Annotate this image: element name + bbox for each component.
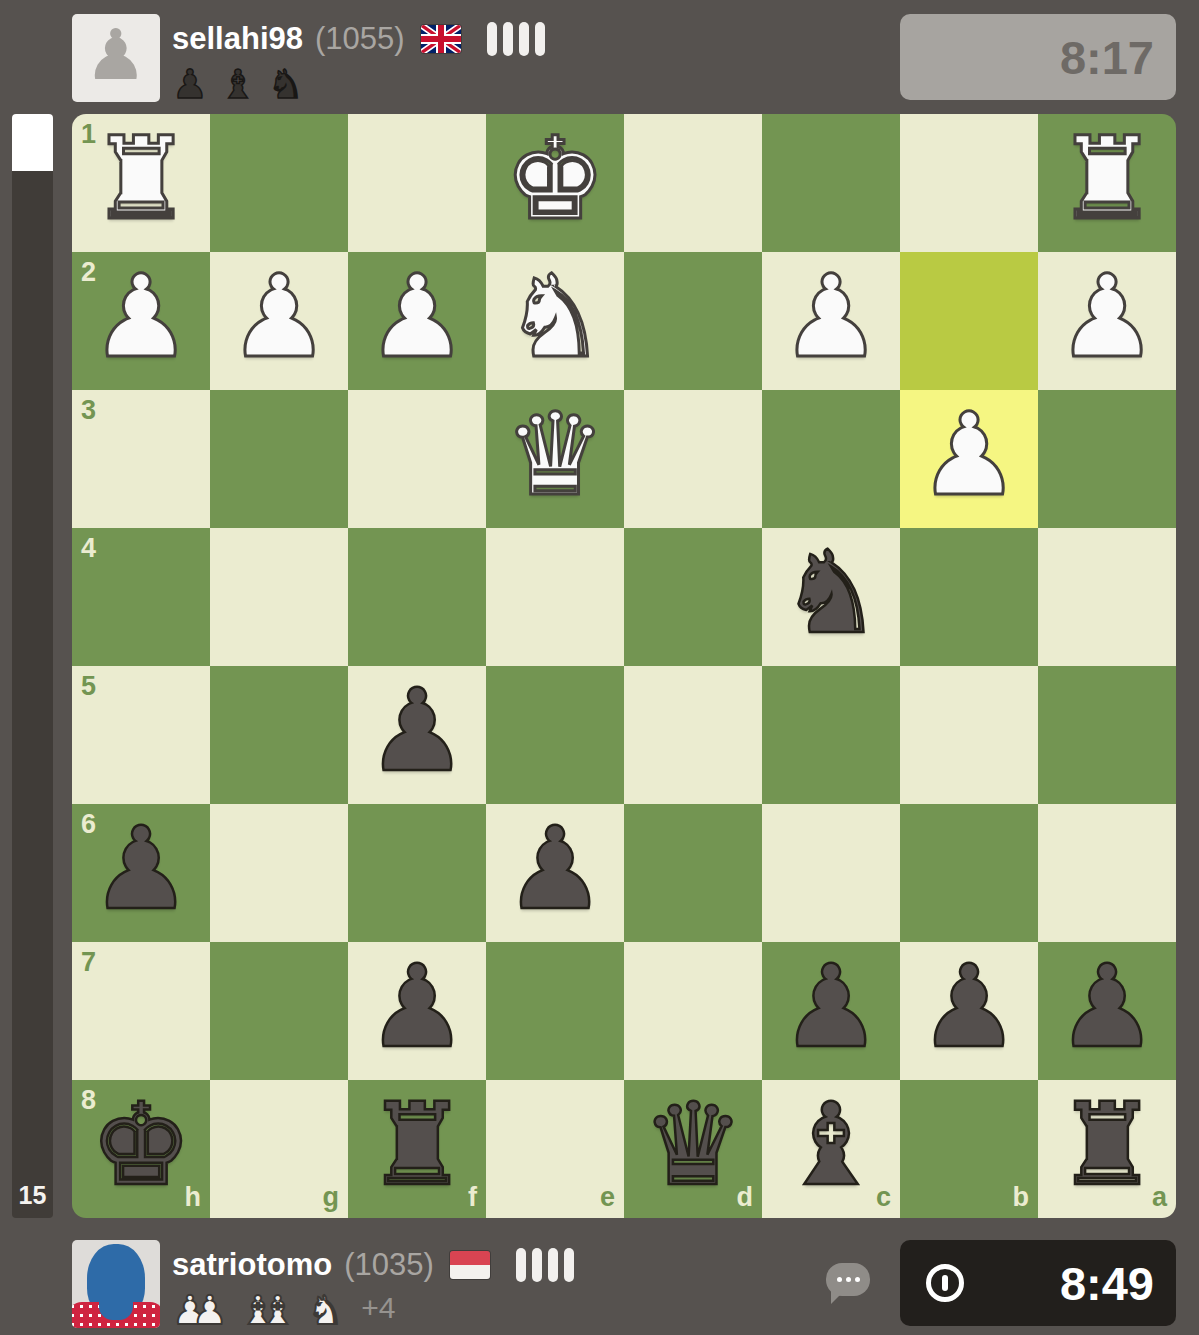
file-label-c: c [876,1184,891,1211]
captured-group: ♝ [220,64,256,104]
square-a1[interactable]: ♜ [1038,114,1176,252]
rank-label-6: 6 [81,811,96,838]
captured-black-bishop-icon: ♝ [220,64,256,104]
black-rook-f8[interactable]: ♜ [366,1088,468,1202]
connection-bars-icon [487,22,545,56]
square-d1[interactable] [624,114,762,252]
square-c7[interactable]: ♟ [762,942,900,1080]
black-pawn-a7[interactable]: ♟ [1056,950,1158,1064]
square-a3[interactable] [1038,390,1176,528]
captured-white-pawn-icon: ♟ [192,1290,228,1330]
square-a5[interactable] [1038,666,1176,804]
square-a6[interactable] [1038,804,1176,942]
square-g5[interactable] [210,666,348,804]
square-c5[interactable] [762,666,900,804]
white-pawn-c2[interactable]: ♟ [780,260,882,374]
square-e5[interactable] [486,666,624,804]
square-d6[interactable] [624,804,762,942]
rank-label-1: 1 [81,121,96,148]
square-e8[interactable]: e [486,1080,624,1218]
black-rook-a8[interactable]: ♜ [1056,1088,1158,1202]
square-f6[interactable] [348,804,486,942]
square-e2[interactable]: ♞ [486,252,624,390]
file-label-e: e [600,1184,615,1211]
material-advantage: +4 [361,1291,395,1330]
square-g6[interactable] [210,804,348,942]
square-b7[interactable]: ♟ [900,942,1038,1080]
captured-white-bishop-icon: ♝ [260,1290,296,1330]
clock-running-icon [926,1264,964,1302]
square-d5[interactable] [624,666,762,804]
clock-bottom: 8:49 [900,1240,1176,1326]
black-knight-c4[interactable]: ♞ [780,536,882,650]
square-d4[interactable] [624,528,762,666]
square-h2[interactable]: 2♟ [72,252,210,390]
white-pawn-f2[interactable]: ♟ [366,260,468,374]
clock-top-time: 8:17 [1060,30,1154,85]
file-label-a: a [1152,1184,1167,1211]
evaluation-bar: 15 [12,114,53,1218]
rank-label-7: 7 [81,949,96,976]
black-pawn-f7[interactable]: ♟ [366,950,468,1064]
black-pawn-c7[interactable]: ♟ [780,950,882,1064]
eval-white-portion [12,114,53,171]
rating-bottom: (1035) [344,1247,434,1283]
black-pawn-b7[interactable]: ♟ [918,950,1020,1064]
square-f3[interactable] [348,390,486,528]
square-d3[interactable] [624,390,762,528]
player-avatar-top[interactable]: ♟ [72,14,160,102]
square-g2[interactable]: ♟ [210,252,348,390]
square-f7[interactable]: ♟ [348,942,486,1080]
black-pawn-f5[interactable]: ♟ [366,674,468,788]
square-f5[interactable]: ♟ [348,666,486,804]
square-c1[interactable] [762,114,900,252]
square-h8[interactable]: 8h♚ [72,1080,210,1218]
white-pawn-h2[interactable]: ♟ [90,260,192,374]
square-g8[interactable]: g [210,1080,348,1218]
white-rook-h1[interactable]: ♜ [90,122,192,236]
chat-button[interactable] [826,1263,870,1296]
captured-group: ♞ [307,1290,343,1330]
square-e7[interactable] [486,942,624,1080]
rank-label-4: 4 [81,535,96,562]
black-queen-d8[interactable]: ♛ [642,1088,744,1202]
rank-label-8: 8 [81,1087,96,1114]
connection-bars-icon [516,1248,574,1282]
square-h4[interactable]: 4 [72,528,210,666]
pawn-avatar-icon: ♟ [85,20,148,90]
square-a8[interactable]: a♜ [1038,1080,1176,1218]
square-h7[interactable]: 7 [72,942,210,1080]
username-bottom[interactable]: satriotomo [172,1247,332,1283]
square-e4[interactable] [486,528,624,666]
square-a7[interactable]: ♟ [1038,942,1176,1080]
square-b8[interactable]: b [900,1080,1038,1218]
white-knight-e2[interactable]: ♞ [504,260,606,374]
square-c6[interactable] [762,804,900,942]
chess-game-screen: { "game": "chess", "position": { "fen": … [0,0,1199,1335]
captured-pieces-top: ♟♝♞ [172,62,545,104]
square-b5[interactable] [900,666,1038,804]
uk-flag-icon [421,25,461,53]
chess-board: 1♜♚♜2♟♟♟♞♟♟3♛♟4♞5♟6♟♟7♟♟♟♟8h♚gf♜ed♛c♝ba♜ [72,114,1176,1218]
square-c4[interactable]: ♞ [762,528,900,666]
white-pawn-a2[interactable]: ♟ [1056,260,1158,374]
captured-group: ♝♝ [240,1290,296,1330]
square-c8[interactable]: c♝ [762,1080,900,1218]
square-h5[interactable]: 5 [72,666,210,804]
file-label-g: g [323,1184,340,1211]
square-e3[interactable]: ♛ [486,390,624,528]
square-c3[interactable] [762,390,900,528]
square-e1[interactable]: ♚ [486,114,624,252]
white-king-e1[interactable]: ♚ [504,122,606,236]
white-pawn-g2[interactable]: ♟ [228,260,330,374]
square-b2[interactable] [900,252,1038,390]
clock-top: 8:17 [900,14,1176,100]
captured-group: ♞ [268,64,304,104]
player-avatar-bottom[interactable] [72,1240,160,1328]
captured-white-knight-icon: ♞ [307,1290,343,1330]
square-g3[interactable] [210,390,348,528]
white-rook-a1[interactable]: ♜ [1056,122,1158,236]
white-pawn-b3[interactable]: ♟ [918,398,1020,512]
rank-label-3: 3 [81,397,96,424]
username-top[interactable]: sellahi98 [172,21,303,57]
eval-score: 15 [12,1181,53,1210]
square-g4[interactable] [210,528,348,666]
rank-label-5: 5 [81,673,96,700]
square-f8[interactable]: f♜ [348,1080,486,1218]
square-b3[interactable]: ♟ [900,390,1038,528]
captured-black-pawn-icon: ♟ [172,64,208,104]
file-label-d: d [737,1184,754,1211]
rating-top: (1055) [315,21,405,57]
square-b1[interactable] [900,114,1038,252]
indonesia-flag-icon [450,1251,490,1279]
captured-group: ♟ [172,64,208,104]
clock-bottom-time: 8:49 [1060,1256,1154,1311]
file-label-h: h [185,1184,202,1211]
white-queen-e3[interactable]: ♛ [504,398,606,512]
file-label-b: b [1013,1184,1030,1211]
square-h1[interactable]: 1♜ [72,114,210,252]
person-avatar-icon [72,1240,160,1328]
black-pawn-h6[interactable]: ♟ [90,812,192,926]
file-label-f: f [468,1184,477,1211]
captured-group: ♟♟ [172,1290,228,1330]
square-h3[interactable]: 3 [72,390,210,528]
square-g1[interactable] [210,114,348,252]
player-info-top: sellahi98 (1055) ♟♝♞ [172,20,545,104]
square-a2[interactable]: ♟ [1038,252,1176,390]
square-d2[interactable] [624,252,762,390]
square-f2[interactable]: ♟ [348,252,486,390]
square-d8[interactable]: d♛ [624,1080,762,1218]
black-bishop-c8[interactable]: ♝ [780,1088,882,1202]
square-c2[interactable]: ♟ [762,252,900,390]
captured-black-knight-icon: ♞ [268,64,304,104]
rank-label-2: 2 [81,259,96,286]
square-d7[interactable] [624,942,762,1080]
square-b6[interactable] [900,804,1038,942]
square-h6[interactable]: 6♟ [72,804,210,942]
black-king-h8[interactable]: ♚ [90,1088,192,1202]
black-pawn-e6[interactable]: ♟ [504,812,606,926]
square-e6[interactable]: ♟ [486,804,624,942]
captured-pieces-bottom: ♟♟♝♝♞+4 [172,1288,574,1330]
square-f1[interactable] [348,114,486,252]
square-f4[interactable] [348,528,486,666]
player-info-bottom: satriotomo (1035) ♟♟♝♝♞+4 [172,1246,574,1330]
square-b4[interactable] [900,528,1038,666]
square-g7[interactable] [210,942,348,1080]
square-a4[interactable] [1038,528,1176,666]
